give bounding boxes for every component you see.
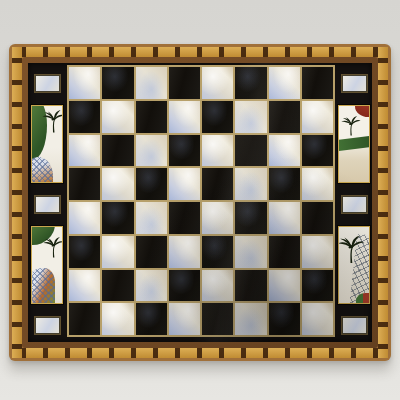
square-b5	[102, 168, 133, 200]
square-a7	[69, 101, 100, 133]
square-c1	[136, 303, 167, 335]
square-e1	[202, 303, 233, 335]
square-f4	[235, 202, 266, 234]
square-g3	[269, 236, 300, 268]
board-frame	[9, 44, 391, 361]
palm-tree-icon	[340, 115, 361, 136]
square-d6	[169, 135, 200, 167]
square-f3	[235, 236, 266, 268]
square-b4	[102, 202, 133, 234]
square-h6	[302, 135, 333, 167]
square-d1	[169, 303, 200, 335]
square-c8	[136, 67, 167, 99]
square-g6	[269, 135, 300, 167]
square-d2	[169, 270, 200, 302]
square-b3	[102, 236, 133, 268]
square-e7	[202, 101, 233, 133]
square-g1	[269, 303, 300, 335]
square-a6	[69, 135, 100, 167]
square-a5	[69, 168, 100, 200]
square-a2	[69, 270, 100, 302]
square-g7	[269, 101, 300, 133]
square-h8	[302, 67, 333, 99]
square-b2	[102, 270, 133, 302]
left-decoration-strip	[28, 63, 66, 342]
pearl-plaque-top-left	[35, 75, 60, 92]
square-g2	[269, 270, 300, 302]
square-e8	[202, 67, 233, 99]
square-f6	[235, 135, 266, 167]
square-c7	[136, 101, 167, 133]
square-d8	[169, 67, 200, 99]
marquetry-band-bottom	[12, 348, 388, 358]
square-c4	[136, 202, 167, 234]
square-e5	[202, 168, 233, 200]
square-f8	[235, 67, 266, 99]
square-c5	[136, 168, 167, 200]
square-e4	[202, 202, 233, 234]
square-g5	[269, 168, 300, 200]
square-f5	[235, 168, 266, 200]
square-e2	[202, 270, 233, 302]
square-h1	[302, 303, 333, 335]
square-b8	[102, 67, 133, 99]
palm-scene-bottom-right	[338, 226, 370, 304]
square-h5	[302, 168, 333, 200]
square-d5	[169, 168, 200, 200]
pearl-plaque-bottom-right	[342, 317, 367, 334]
pearl-plaque-top-right	[342, 75, 367, 92]
marquetry-band-right	[378, 47, 388, 358]
square-f7	[235, 101, 266, 133]
square-a1	[69, 303, 100, 335]
square-f2	[235, 270, 266, 302]
square-h3	[302, 236, 333, 268]
frame-inner-border	[22, 57, 378, 348]
palm-scene-bottom-left	[31, 226, 63, 304]
pearl-plaque-middle-right	[342, 196, 367, 213]
square-e3	[202, 236, 233, 268]
square-g4	[269, 202, 300, 234]
board-field	[28, 63, 372, 342]
marquetry-band-top	[12, 47, 388, 57]
square-e6	[202, 135, 233, 167]
square-d4	[169, 202, 200, 234]
square-h2	[302, 270, 333, 302]
square-h7	[302, 101, 333, 133]
square-b7	[102, 101, 133, 133]
square-f1	[235, 303, 266, 335]
marquetry-band-left	[12, 47, 22, 358]
right-decoration-strip	[336, 63, 372, 342]
pearl-plaque-middle-left	[35, 196, 60, 213]
square-c3	[136, 236, 167, 268]
square-c6	[136, 135, 167, 167]
palm-tree-icon	[338, 234, 365, 264]
square-g8	[269, 67, 300, 99]
pearl-plaque-bottom-left	[35, 317, 60, 334]
square-b6	[102, 135, 133, 167]
palm-scene-top-left	[31, 105, 63, 183]
square-a3	[69, 236, 100, 268]
chess-board	[67, 65, 335, 337]
palm-scene-top-right	[338, 105, 370, 183]
palm-tree-icon	[41, 109, 63, 133]
square-b1	[102, 303, 133, 335]
square-a8	[69, 67, 100, 99]
palm-tree-icon	[42, 236, 63, 258]
square-c2	[136, 270, 167, 302]
square-d7	[169, 101, 200, 133]
square-d3	[169, 236, 200, 268]
square-a4	[69, 202, 100, 234]
square-h4	[302, 202, 333, 234]
